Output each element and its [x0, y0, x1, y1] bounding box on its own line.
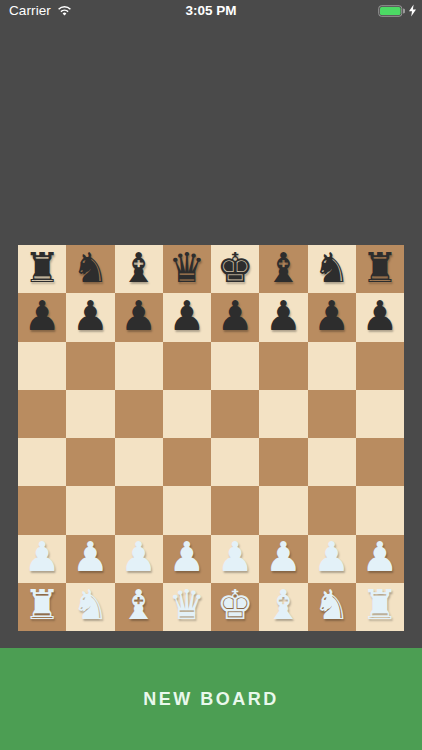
square-h7[interactable]: ♟	[356, 293, 404, 341]
white-king: ♚	[217, 585, 254, 626]
black-rook: ♜	[361, 248, 398, 289]
square-c7[interactable]: ♟	[115, 293, 163, 341]
square-h6[interactable]	[356, 342, 404, 390]
black-pawn: ♟	[168, 296, 205, 337]
square-e2[interactable]: ♟	[211, 535, 259, 583]
square-d1[interactable]: ♛	[163, 583, 211, 631]
app-screen: { "game": "chess", "position": "rnbqkbnr…	[0, 0, 422, 750]
square-d7[interactable]: ♟	[163, 293, 211, 341]
square-f3[interactable]	[259, 486, 307, 534]
square-b6[interactable]	[66, 342, 114, 390]
square-c4[interactable]	[115, 438, 163, 486]
black-bishop: ♝	[265, 248, 302, 289]
square-a7[interactable]: ♟	[18, 293, 66, 341]
black-pawn: ♟	[361, 296, 398, 337]
status-bar-right	[378, 4, 417, 17]
white-pawn: ♟	[361, 537, 398, 578]
square-h5[interactable]	[356, 390, 404, 438]
square-c6[interactable]	[115, 342, 163, 390]
black-rook: ♜	[24, 248, 61, 289]
square-g5[interactable]	[308, 390, 356, 438]
square-h2[interactable]: ♟	[356, 535, 404, 583]
square-a4[interactable]	[18, 438, 66, 486]
new-board-button[interactable]: NEW BOARD	[0, 648, 422, 750]
battery-charging-icon	[378, 5, 405, 17]
square-b7[interactable]: ♟	[66, 293, 114, 341]
clock-time: 3:05 PM	[0, 3, 422, 18]
square-d2[interactable]: ♟	[163, 535, 211, 583]
square-g3[interactable]	[308, 486, 356, 534]
square-d5[interactable]	[163, 390, 211, 438]
black-knight: ♞	[72, 248, 109, 289]
square-h3[interactable]	[356, 486, 404, 534]
black-bishop: ♝	[120, 248, 157, 289]
black-pawn: ♟	[120, 296, 157, 337]
square-b3[interactable]	[66, 486, 114, 534]
square-e5[interactable]	[211, 390, 259, 438]
new-board-label: NEW BOARD	[143, 689, 279, 710]
status-bar: Carrier 3:05 PM	[0, 0, 422, 24]
square-a5[interactable]	[18, 390, 66, 438]
square-a2[interactable]: ♟	[18, 535, 66, 583]
square-e8[interactable]: ♚	[211, 245, 259, 293]
square-f1[interactable]: ♝	[259, 583, 307, 631]
square-g4[interactable]	[308, 438, 356, 486]
square-a1[interactable]: ♜	[18, 583, 66, 631]
black-pawn: ♟	[24, 296, 61, 337]
white-rook: ♜	[24, 585, 61, 626]
square-b4[interactable]	[66, 438, 114, 486]
square-h8[interactable]: ♜	[356, 245, 404, 293]
square-d3[interactable]	[163, 486, 211, 534]
square-b5[interactable]	[66, 390, 114, 438]
square-c1[interactable]: ♝	[115, 583, 163, 631]
black-pawn: ♟	[313, 296, 350, 337]
white-knight: ♞	[72, 585, 109, 626]
square-d6[interactable]	[163, 342, 211, 390]
white-pawn: ♟	[168, 537, 205, 578]
white-bishop: ♝	[265, 585, 302, 626]
black-knight: ♞	[313, 248, 350, 289]
square-d4[interactable]	[163, 438, 211, 486]
white-pawn: ♟	[72, 537, 109, 578]
square-c5[interactable]	[115, 390, 163, 438]
square-b1[interactable]: ♞	[66, 583, 114, 631]
square-g2[interactable]: ♟	[308, 535, 356, 583]
square-e1[interactable]: ♚	[211, 583, 259, 631]
square-h4[interactable]	[356, 438, 404, 486]
square-f2[interactable]: ♟	[259, 535, 307, 583]
square-f8[interactable]: ♝	[259, 245, 307, 293]
square-b2[interactable]: ♟	[66, 535, 114, 583]
square-d8[interactable]: ♛	[163, 245, 211, 293]
square-h1[interactable]: ♜	[356, 583, 404, 631]
chess-board: ♜♞♝♛♚♝♞♜♟♟♟♟♟♟♟♟♟♟♟♟♟♟♟♟♜♞♝♛♚♝♞♜	[18, 245, 404, 631]
square-g1[interactable]: ♞	[308, 583, 356, 631]
black-queen: ♛	[168, 248, 205, 289]
square-f7[interactable]: ♟	[259, 293, 307, 341]
black-king: ♚	[217, 248, 254, 289]
square-b8[interactable]: ♞	[66, 245, 114, 293]
square-g7[interactable]: ♟	[308, 293, 356, 341]
white-pawn: ♟	[313, 537, 350, 578]
black-pawn: ♟	[72, 296, 109, 337]
black-pawn: ♟	[217, 296, 254, 337]
square-e7[interactable]: ♟	[211, 293, 259, 341]
square-e3[interactable]	[211, 486, 259, 534]
square-a6[interactable]	[18, 342, 66, 390]
square-f5[interactable]	[259, 390, 307, 438]
square-a3[interactable]	[18, 486, 66, 534]
square-c2[interactable]: ♟	[115, 535, 163, 583]
white-pawn: ♟	[24, 537, 61, 578]
white-knight: ♞	[313, 585, 350, 626]
white-pawn: ♟	[265, 537, 302, 578]
square-e4[interactable]	[211, 438, 259, 486]
square-a8[interactable]: ♜	[18, 245, 66, 293]
white-rook: ♜	[361, 585, 398, 626]
white-pawn: ♟	[120, 537, 157, 578]
square-f6[interactable]	[259, 342, 307, 390]
square-c3[interactable]	[115, 486, 163, 534]
black-pawn: ♟	[265, 296, 302, 337]
square-g6[interactable]	[308, 342, 356, 390]
white-queen: ♛	[168, 585, 205, 626]
square-e6[interactable]	[211, 342, 259, 390]
charging-bolt-icon	[408, 4, 417, 17]
square-c8[interactable]: ♝	[115, 245, 163, 293]
square-f4[interactable]	[259, 438, 307, 486]
white-pawn: ♟	[217, 537, 254, 578]
white-bishop: ♝	[120, 585, 157, 626]
square-g8[interactable]: ♞	[308, 245, 356, 293]
